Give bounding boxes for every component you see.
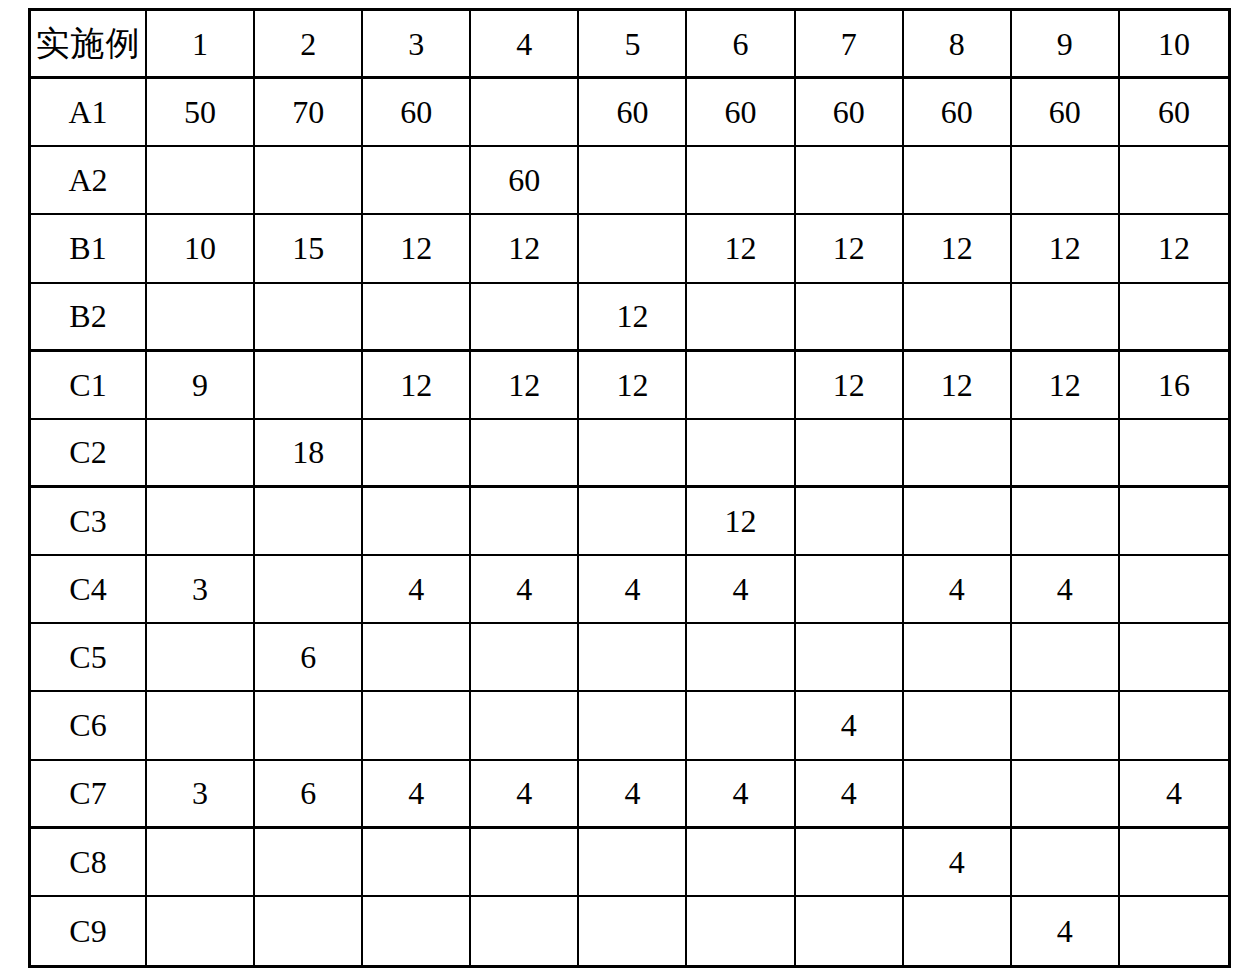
column-header-cell: 7	[796, 11, 904, 79]
data-cell: 12	[471, 215, 579, 283]
page: 实施例12345678910A1507060606060606060A260B1…	[0, 0, 1239, 977]
data-cell	[255, 147, 363, 215]
data-cell: 12	[1120, 215, 1228, 283]
row-label: B2	[31, 284, 147, 352]
data-cell: 12	[796, 215, 904, 283]
data-cell	[904, 692, 1012, 760]
data-cell: 12	[471, 352, 579, 420]
data-cell	[363, 829, 471, 897]
data-cell	[147, 488, 255, 556]
data-cell: 4	[1012, 897, 1120, 965]
data-cell	[796, 556, 904, 624]
data-cell	[687, 147, 795, 215]
data-cell	[687, 284, 795, 352]
data-cell: 9	[147, 352, 255, 420]
data-cell: 60	[579, 79, 687, 147]
data-cell	[796, 624, 904, 692]
data-cell: 12	[687, 215, 795, 283]
data-cell: 12	[904, 352, 1012, 420]
data-cell: 4	[363, 556, 471, 624]
data-cell	[1120, 829, 1228, 897]
data-cell	[904, 624, 1012, 692]
data-cell: 4	[471, 556, 579, 624]
data-cell	[471, 624, 579, 692]
data-cell	[579, 897, 687, 965]
data-cell	[1120, 624, 1228, 692]
data-cell	[147, 692, 255, 760]
embodiment-table: 实施例12345678910A1507060606060606060A260B1…	[28, 8, 1231, 968]
data-cell	[471, 897, 579, 965]
data-cell	[904, 284, 1012, 352]
data-cell: 4	[579, 556, 687, 624]
data-cell	[147, 829, 255, 897]
data-cell	[687, 624, 795, 692]
data-cell	[1120, 897, 1228, 965]
data-cell	[1012, 692, 1120, 760]
data-cell: 50	[147, 79, 255, 147]
data-cell	[1120, 420, 1228, 488]
data-cell	[796, 897, 904, 965]
data-cell	[1120, 147, 1228, 215]
data-cell	[471, 692, 579, 760]
data-cell	[796, 488, 904, 556]
data-cell: 60	[1012, 79, 1120, 147]
data-cell	[1120, 488, 1228, 556]
column-header-cell: 4	[471, 11, 579, 79]
data-cell	[471, 420, 579, 488]
data-cell	[363, 488, 471, 556]
data-cell	[579, 624, 687, 692]
data-cell: 12	[1012, 352, 1120, 420]
data-cell	[147, 147, 255, 215]
data-cell: 60	[687, 79, 795, 147]
data-cell	[255, 692, 363, 760]
data-cell: 4	[904, 556, 1012, 624]
row-label: C8	[31, 829, 147, 897]
data-cell	[363, 897, 471, 965]
data-cell	[1120, 692, 1228, 760]
data-cell	[255, 829, 363, 897]
data-cell	[255, 488, 363, 556]
data-cell	[579, 692, 687, 760]
data-cell: 4	[904, 829, 1012, 897]
column-header-cell: 1	[147, 11, 255, 79]
data-cell: 60	[471, 147, 579, 215]
data-cell	[1012, 284, 1120, 352]
data-cell	[904, 488, 1012, 556]
data-cell: 12	[687, 488, 795, 556]
data-cell	[579, 420, 687, 488]
data-cell: 3	[147, 761, 255, 829]
data-cell	[904, 420, 1012, 488]
data-cell	[687, 829, 795, 897]
data-cell	[579, 147, 687, 215]
data-cell: 4	[1012, 556, 1120, 624]
data-cell	[147, 284, 255, 352]
data-cell	[147, 897, 255, 965]
data-cell	[363, 284, 471, 352]
row-label: C1	[31, 352, 147, 420]
data-cell	[579, 829, 687, 897]
corner-header-cell: 实施例	[31, 11, 147, 79]
data-cell	[255, 352, 363, 420]
data-cell	[904, 147, 1012, 215]
data-cell	[687, 420, 795, 488]
data-cell	[1012, 829, 1120, 897]
data-cell	[1012, 420, 1120, 488]
data-cell	[579, 215, 687, 283]
column-header-cell: 3	[363, 11, 471, 79]
data-cell	[363, 147, 471, 215]
row-label: C5	[31, 624, 147, 692]
data-cell: 4	[471, 761, 579, 829]
row-label: B1	[31, 215, 147, 283]
data-cell	[579, 488, 687, 556]
data-cell	[1012, 761, 1120, 829]
data-cell: 4	[579, 761, 687, 829]
data-cell	[471, 79, 579, 147]
data-cell	[687, 352, 795, 420]
data-cell	[471, 284, 579, 352]
column-header-cell: 9	[1012, 11, 1120, 79]
data-cell	[471, 829, 579, 897]
data-cell: 12	[363, 215, 471, 283]
data-cell	[687, 897, 795, 965]
column-header-cell: 2	[255, 11, 363, 79]
data-cell: 12	[796, 352, 904, 420]
data-cell: 10	[147, 215, 255, 283]
data-cell	[471, 488, 579, 556]
data-cell: 12	[1012, 215, 1120, 283]
data-cell	[904, 761, 1012, 829]
data-cell: 6	[255, 761, 363, 829]
row-label: C4	[31, 556, 147, 624]
data-cell: 4	[796, 692, 904, 760]
data-cell: 60	[363, 79, 471, 147]
column-header-cell: 10	[1120, 11, 1228, 79]
data-cell	[147, 420, 255, 488]
column-header-cell: 8	[904, 11, 1012, 79]
row-label: A1	[31, 79, 147, 147]
data-cell	[1012, 147, 1120, 215]
data-cell: 60	[796, 79, 904, 147]
data-cell: 4	[687, 761, 795, 829]
data-cell: 60	[904, 79, 1012, 147]
data-cell	[255, 284, 363, 352]
data-cell: 12	[363, 352, 471, 420]
column-header-cell: 5	[579, 11, 687, 79]
data-cell: 4	[687, 556, 795, 624]
data-cell	[796, 284, 904, 352]
data-cell: 12	[579, 352, 687, 420]
data-cell: 18	[255, 420, 363, 488]
row-label: C9	[31, 897, 147, 965]
data-cell: 4	[796, 761, 904, 829]
row-label: A2	[31, 147, 147, 215]
data-cell: 12	[904, 215, 1012, 283]
data-cell	[687, 692, 795, 760]
data-cell: 6	[255, 624, 363, 692]
data-cell	[796, 147, 904, 215]
data-cell: 4	[363, 761, 471, 829]
data-cell	[1120, 284, 1228, 352]
data-cell	[1012, 488, 1120, 556]
data-cell	[363, 624, 471, 692]
data-cell	[255, 556, 363, 624]
data-cell	[1120, 556, 1228, 624]
row-label: C6	[31, 692, 147, 760]
row-label: C7	[31, 761, 147, 829]
data-cell: 15	[255, 215, 363, 283]
data-cell: 4	[1120, 761, 1228, 829]
data-cell: 16	[1120, 352, 1228, 420]
data-cell	[363, 420, 471, 488]
data-cell	[255, 897, 363, 965]
data-cell: 70	[255, 79, 363, 147]
column-header-cell: 6	[687, 11, 795, 79]
data-cell	[1012, 624, 1120, 692]
row-label: C2	[31, 420, 147, 488]
row-label: C3	[31, 488, 147, 556]
data-cell: 3	[147, 556, 255, 624]
data-cell	[147, 624, 255, 692]
data-cell	[796, 420, 904, 488]
data-cell: 60	[1120, 79, 1228, 147]
data-cell	[796, 829, 904, 897]
data-cell	[904, 897, 1012, 965]
data-cell: 12	[579, 284, 687, 352]
data-cell	[363, 692, 471, 760]
